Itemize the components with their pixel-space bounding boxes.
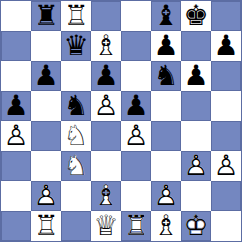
square-a5[interactable]: ♟ (1, 91, 31, 121)
square-e5[interactable]: ♟ (121, 91, 151, 121)
square-d8[interactable] (91, 1, 121, 31)
white-bishop-icon: ♝♗ (91, 31, 121, 61)
square-g1[interactable]: ♚♔ (181, 211, 211, 241)
square-c1[interactable] (61, 211, 91, 241)
square-g3[interactable]: ♟♙ (181, 151, 211, 181)
black-pawn-icon: ♟ (211, 31, 241, 61)
white-pawn-icon: ♟♙ (211, 151, 241, 181)
square-a8[interactable] (1, 1, 31, 31)
square-e6[interactable] (121, 61, 151, 91)
square-h2[interactable] (211, 181, 241, 211)
black-pawn-icon: ♟ (31, 61, 61, 91)
square-a2[interactable] (1, 181, 31, 211)
square-c8[interactable]: ♜♖ (61, 1, 91, 31)
white-rook-icon: ♜♖ (61, 1, 91, 31)
square-e1[interactable]: ♜♖ (121, 211, 151, 241)
square-d5[interactable]: ♟♙ (91, 91, 121, 121)
square-f8[interactable]: ♝ (151, 1, 181, 31)
white-rook-icon: ♜♖ (31, 211, 61, 241)
black-pawn-icon: ♟ (181, 61, 211, 91)
square-c3[interactable]: ♞♘ (61, 151, 91, 181)
square-h8[interactable] (211, 1, 241, 31)
square-g4[interactable] (181, 121, 211, 151)
white-king-icon: ♚♔ (181, 211, 211, 241)
square-e3[interactable] (121, 151, 151, 181)
square-d3[interactable] (91, 151, 121, 181)
white-pawn-icon: ♟♙ (151, 181, 181, 211)
chess-board: ♜♜♖♝♚♛♝♗♟♟♟♟♞♟♟♞♟♙♟♟♙♞♘♟♙♞♘♟♙♟♙♟♙♝♗♟♙♜♖♛… (0, 0, 242, 242)
black-bishop-icon: ♝ (151, 1, 181, 31)
white-pawn-icon: ♟♙ (1, 121, 31, 151)
square-h7[interactable]: ♟ (211, 31, 241, 61)
square-b2[interactable]: ♟♙ (31, 181, 61, 211)
square-e7[interactable] (121, 31, 151, 61)
square-a3[interactable] (1, 151, 31, 181)
square-h5[interactable] (211, 91, 241, 121)
square-h1[interactable] (211, 211, 241, 241)
square-a4[interactable]: ♟♙ (1, 121, 31, 151)
white-knight-icon: ♞♘ (61, 151, 91, 181)
square-f2[interactable]: ♟♙ (151, 181, 181, 211)
square-g6[interactable]: ♟ (181, 61, 211, 91)
square-g5[interactable] (181, 91, 211, 121)
square-g2[interactable] (181, 181, 211, 211)
square-d7[interactable]: ♝♗ (91, 31, 121, 61)
white-bishop-icon: ♝♗ (151, 211, 181, 241)
black-pawn-icon: ♟ (151, 31, 181, 61)
black-knight-icon: ♞ (151, 61, 181, 91)
square-b6[interactable]: ♟ (31, 61, 61, 91)
square-c6[interactable] (61, 61, 91, 91)
black-pawn-icon: ♟ (121, 91, 151, 121)
square-d2[interactable]: ♝♗ (91, 181, 121, 211)
square-d1[interactable]: ♛♕ (91, 211, 121, 241)
square-b4[interactable] (31, 121, 61, 151)
square-h6[interactable] (211, 61, 241, 91)
square-c5[interactable]: ♞ (61, 91, 91, 121)
black-pawn-icon: ♟ (91, 61, 121, 91)
square-f1[interactable]: ♝♗ (151, 211, 181, 241)
square-h4[interactable] (211, 121, 241, 151)
square-e8[interactable] (121, 1, 151, 31)
square-c2[interactable] (61, 181, 91, 211)
square-g7[interactable] (181, 31, 211, 61)
square-f5[interactable] (151, 91, 181, 121)
square-d6[interactable]: ♟ (91, 61, 121, 91)
black-king-icon: ♚ (181, 1, 211, 31)
white-bishop-icon: ♝♗ (91, 181, 121, 211)
white-queen-icon: ♛♕ (91, 211, 121, 241)
white-pawn-icon: ♟♙ (121, 121, 151, 151)
white-rook-icon: ♜♖ (121, 211, 151, 241)
square-d4[interactable] (91, 121, 121, 151)
black-queen-icon: ♛ (61, 31, 91, 61)
square-f7[interactable]: ♟ (151, 31, 181, 61)
white-pawn-icon: ♟♙ (181, 151, 211, 181)
square-f4[interactable] (151, 121, 181, 151)
square-b7[interactable] (31, 31, 61, 61)
square-e2[interactable] (121, 181, 151, 211)
white-pawn-icon: ♟♙ (91, 91, 121, 121)
square-f3[interactable] (151, 151, 181, 181)
square-g8[interactable]: ♚ (181, 1, 211, 31)
black-rook-icon: ♜ (31, 1, 61, 31)
square-a6[interactable] (1, 61, 31, 91)
square-b3[interactable] (31, 151, 61, 181)
square-b5[interactable] (31, 91, 61, 121)
square-f6[interactable]: ♞ (151, 61, 181, 91)
square-a7[interactable] (1, 31, 31, 61)
square-c4[interactable]: ♞♘ (61, 121, 91, 151)
square-a1[interactable] (1, 211, 31, 241)
square-c7[interactable]: ♛ (61, 31, 91, 61)
square-e4[interactable]: ♟♙ (121, 121, 151, 151)
square-b8[interactable]: ♜ (31, 1, 61, 31)
white-pawn-icon: ♟♙ (31, 181, 61, 211)
square-h3[interactable]: ♟♙ (211, 151, 241, 181)
white-knight-icon: ♞♘ (61, 121, 91, 151)
black-pawn-icon: ♟ (1, 91, 31, 121)
square-b1[interactable]: ♜♖ (31, 211, 61, 241)
black-knight-icon: ♞ (61, 91, 91, 121)
